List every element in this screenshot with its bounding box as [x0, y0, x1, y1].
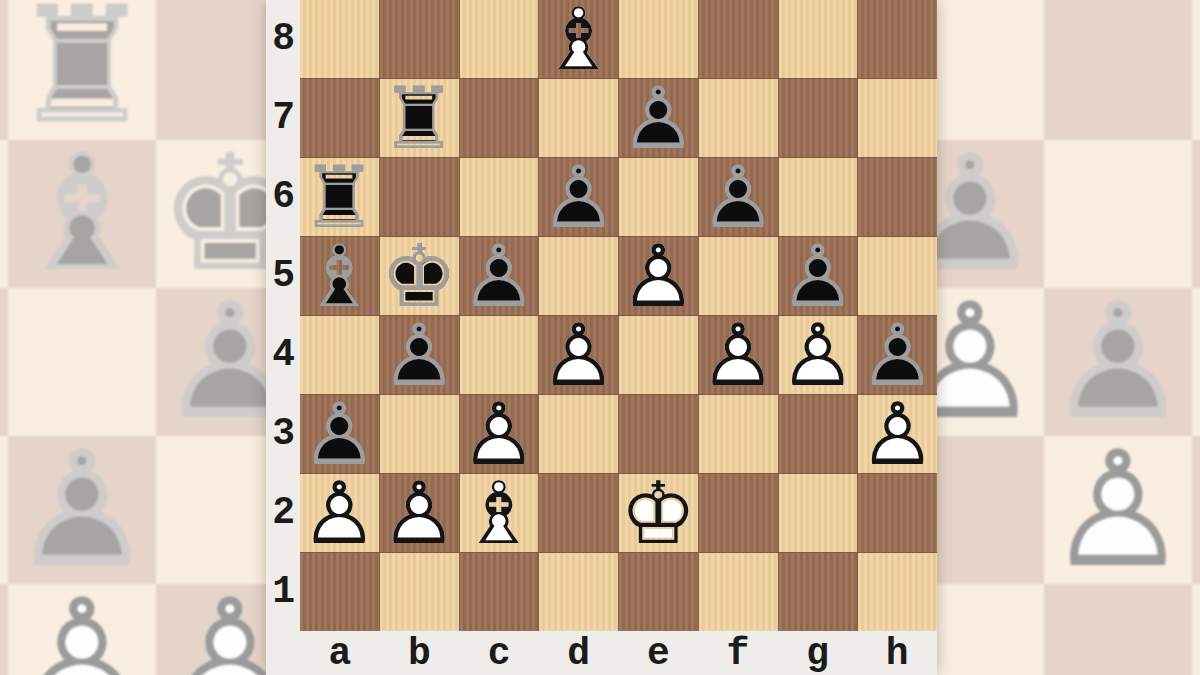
square-h5[interactable]: [858, 237, 937, 315]
square-f3[interactable]: [699, 395, 778, 473]
square-c6[interactable]: [460, 158, 539, 236]
square-c3[interactable]: ♟♙: [460, 395, 539, 473]
square-h7[interactable]: [858, 79, 937, 157]
ghost-black-pawn-icon: ♟♙: [8, 436, 156, 584]
piece-outline: ♗: [539, 0, 618, 78]
piece-outline: ♙: [539, 316, 618, 394]
square-b6[interactable]: [380, 158, 459, 236]
file-label-f: f: [698, 631, 778, 675]
file-labels: abcdefgh: [300, 631, 937, 675]
square-g2[interactable]: [779, 474, 858, 552]
bg-square: ♟♙: [8, 584, 156, 675]
square-a1[interactable]: [300, 553, 379, 631]
bg-square: ♜♖: [8, 0, 156, 140]
bg-square: [1192, 584, 1200, 675]
rank-label-4: 4: [266, 316, 300, 395]
square-g8[interactable]: [779, 0, 858, 78]
piece-black-bishop-icon[interactable]: ♝♗: [300, 237, 379, 315]
square-b2[interactable]: ♟♙: [380, 474, 459, 552]
square-e2[interactable]: ♚♔: [619, 474, 698, 552]
square-c1[interactable]: [460, 553, 539, 631]
bg-square: [1044, 140, 1192, 288]
square-h1[interactable]: [858, 553, 937, 631]
square-b4[interactable]: ♟♙: [380, 316, 459, 394]
rank-label-7: 7: [266, 79, 300, 158]
rank-label-3: 3: [266, 394, 300, 473]
piece-outline: ♖: [8, 0, 156, 140]
square-h6[interactable]: [858, 158, 937, 236]
piece-black-pawn-icon[interactable]: ♟♙: [858, 316, 937, 394]
piece-white-bishop-icon[interactable]: ♝♗: [460, 474, 539, 552]
bg-square: ♟♙: [1044, 436, 1192, 584]
bg-square: ♟♙: [1044, 288, 1192, 436]
bg-square: [0, 140, 8, 288]
rank-label-6: 6: [266, 158, 300, 237]
bg-square: [0, 0, 8, 140]
chess-diagram: 87654321 ♝♗♜♖♟♙♜♖♟♙♟♙♝♗♚♔♟♙♟♙♟♙♟♙♟♙♟♙♟♙♟…: [266, 0, 937, 675]
square-h2[interactable]: [858, 474, 937, 552]
square-d6[interactable]: ♟♙: [539, 158, 618, 236]
square-b1[interactable]: [380, 553, 459, 631]
square-h3[interactable]: ♟♙: [858, 395, 937, 473]
piece-outline: ♙: [779, 316, 858, 394]
square-c7[interactable]: [460, 79, 539, 157]
ghost-black-bishop-icon: ♝♗: [8, 140, 156, 288]
square-g5[interactable]: ♟♙: [779, 237, 858, 315]
file-label-a: a: [300, 631, 380, 675]
piece-black-pawn-icon[interactable]: ♟♙: [300, 395, 379, 473]
square-e7[interactable]: ♟♙: [619, 79, 698, 157]
piece-white-pawn-icon[interactable]: ♟♙: [699, 316, 778, 394]
file-label-c: c: [459, 631, 539, 675]
square-f8[interactable]: [699, 0, 778, 78]
ghost-white-pawn-icon: ♟♙: [8, 584, 156, 675]
bg-square: [1192, 288, 1200, 436]
piece-outline: ♙: [8, 436, 156, 584]
square-d4[interactable]: ♟♙: [539, 316, 618, 394]
square-g4[interactable]: ♟♙: [779, 316, 858, 394]
file-label-h: h: [857, 631, 937, 675]
file-label-d: d: [539, 631, 619, 675]
bg-square: ♝♗: [8, 140, 156, 288]
square-g3[interactable]: [779, 395, 858, 473]
piece-outline: ♙: [460, 237, 539, 315]
piece-outline: ♙: [699, 158, 778, 236]
square-f6[interactable]: ♟♙: [699, 158, 778, 236]
piece-white-pawn-icon[interactable]: ♟♙: [619, 237, 698, 315]
piece-white-pawn-icon[interactable]: ♟♙: [858, 395, 937, 473]
bg-square: [1044, 0, 1192, 140]
file-label-e: e: [619, 631, 699, 675]
piece-black-pawn-icon[interactable]: ♟♙: [699, 158, 778, 236]
piece-outline: ♗: [8, 140, 156, 288]
square-f1[interactable]: [699, 553, 778, 631]
square-e6[interactable]: [619, 158, 698, 236]
piece-outline: ♙: [380, 474, 459, 552]
square-c2[interactable]: ♝♗: [460, 474, 539, 552]
ghost-black-pawn-icon: ♟♙: [1044, 288, 1192, 436]
square-f5[interactable]: [699, 237, 778, 315]
square-d1[interactable]: [539, 553, 618, 631]
ghost-black-rook-icon: ♜♖: [8, 0, 156, 140]
square-e3[interactable]: [619, 395, 698, 473]
piece-outline: ♔: [380, 237, 459, 315]
page: ♜♖♝♗♚♔♟♙♟♙♟♙♟♙♟♙♟♙♟♙♟♙ 87654321 ♝♗♜♖♟♙♜♖…: [0, 0, 1200, 675]
square-a7[interactable]: [300, 79, 379, 157]
piece-outline: ♙: [1044, 288, 1192, 436]
piece-outline: ♙: [699, 316, 778, 394]
rank-labels: 87654321: [266, 0, 300, 631]
piece-outline: ♙: [300, 474, 379, 552]
file-label-g: g: [778, 631, 858, 675]
bg-square: [1192, 0, 1200, 140]
square-d2[interactable]: [539, 474, 618, 552]
square-c5[interactable]: ♟♙: [460, 237, 539, 315]
square-d7[interactable]: [539, 79, 618, 157]
square-f4[interactable]: ♟♙: [699, 316, 778, 394]
piece-outline: ♙: [539, 158, 618, 236]
piece-outline: ♙: [619, 79, 698, 157]
square-e5[interactable]: ♟♙: [619, 237, 698, 315]
piece-outline: ♙: [8, 584, 156, 675]
piece-outline: ♔: [619, 474, 698, 552]
piece-outline: ♗: [460, 474, 539, 552]
piece-white-king-icon[interactable]: ♚♔: [619, 474, 698, 552]
bg-square: [8, 288, 156, 436]
chess-board: ♝♗♜♖♟♙♜♖♟♙♟♙♝♗♚♔♟♙♟♙♟♙♟♙♟♙♟♙♟♙♟♙♟♙♟♙♟♙♟♙…: [300, 0, 937, 631]
square-d8[interactable]: ♝♗: [539, 0, 618, 78]
bg-square: [0, 436, 8, 584]
bg-square: [1192, 140, 1200, 288]
piece-black-rook-icon[interactable]: ♜♖: [380, 79, 459, 157]
piece-outline: ♙: [1044, 436, 1192, 584]
square-b7[interactable]: ♜♖: [380, 79, 459, 157]
square-g7[interactable]: [779, 79, 858, 157]
square-e1[interactable]: [619, 553, 698, 631]
piece-white-bishop-icon[interactable]: ♝♗: [539, 0, 618, 78]
square-b8[interactable]: [380, 0, 459, 78]
square-a8[interactable]: [300, 0, 379, 78]
piece-white-pawn-icon[interactable]: ♟♙: [539, 316, 618, 394]
rank-label-2: 2: [266, 473, 300, 552]
piece-outline: ♖: [300, 158, 379, 236]
square-g1[interactable]: [779, 553, 858, 631]
bg-square: [0, 288, 8, 436]
piece-outline: ♙: [779, 237, 858, 315]
piece-outline: ♙: [300, 395, 379, 473]
piece-black-pawn-icon[interactable]: ♟♙: [779, 237, 858, 315]
piece-white-pawn-icon[interactable]: ♟♙: [460, 395, 539, 473]
piece-white-pawn-icon[interactable]: ♟♙: [380, 474, 459, 552]
square-a2[interactable]: ♟♙: [300, 474, 379, 552]
piece-black-pawn-icon[interactable]: ♟♙: [380, 316, 459, 394]
square-e4[interactable]: [619, 316, 698, 394]
piece-outline: ♖: [380, 79, 459, 157]
piece-outline: ♙: [858, 395, 937, 473]
square-d5[interactable]: [539, 237, 618, 315]
piece-black-pawn-icon[interactable]: ♟♙: [539, 158, 618, 236]
square-e8[interactable]: [619, 0, 698, 78]
square-a3[interactable]: ♟♙: [300, 395, 379, 473]
piece-white-pawn-icon[interactable]: ♟♙: [300, 474, 379, 552]
rank-label-5: 5: [266, 237, 300, 316]
square-f7[interactable]: [699, 79, 778, 157]
label-corner: [266, 631, 300, 675]
square-d3[interactable]: [539, 395, 618, 473]
file-label-b: b: [380, 631, 460, 675]
square-h8[interactable]: [858, 0, 937, 78]
piece-white-pawn-icon[interactable]: ♟♙: [779, 316, 858, 394]
square-h4[interactable]: ♟♙: [858, 316, 937, 394]
bg-square: [0, 584, 8, 675]
square-b5[interactable]: ♚♔: [380, 237, 459, 315]
piece-outline: ♙: [380, 316, 459, 394]
piece-black-pawn-icon[interactable]: ♟♙: [619, 79, 698, 157]
bg-square: [1192, 436, 1200, 584]
square-c4[interactable]: [460, 316, 539, 394]
piece-outline: ♗: [300, 237, 379, 315]
piece-black-rook-icon[interactable]: ♜♖: [300, 158, 379, 236]
rank-label-8: 8: [266, 0, 300, 79]
piece-outline: ♙: [460, 395, 539, 473]
square-f2[interactable]: [699, 474, 778, 552]
rank-label-1: 1: [266, 552, 300, 631]
piece-black-king-icon[interactable]: ♚♔: [380, 237, 459, 315]
square-g6[interactable]: [779, 158, 858, 236]
square-b3[interactable]: [380, 395, 459, 473]
piece-outline: ♙: [619, 237, 698, 315]
piece-black-pawn-icon[interactable]: ♟♙: [460, 237, 539, 315]
piece-outline: ♙: [858, 316, 937, 394]
ghost-white-pawn-icon: ♟♙: [1044, 436, 1192, 584]
square-c8[interactable]: [460, 0, 539, 78]
bg-square: ♟♙: [8, 436, 156, 584]
bg-square: [1044, 584, 1192, 675]
square-a4[interactable]: [300, 316, 379, 394]
square-a5[interactable]: ♝♗: [300, 237, 379, 315]
square-a6[interactable]: ♜♖: [300, 158, 379, 236]
